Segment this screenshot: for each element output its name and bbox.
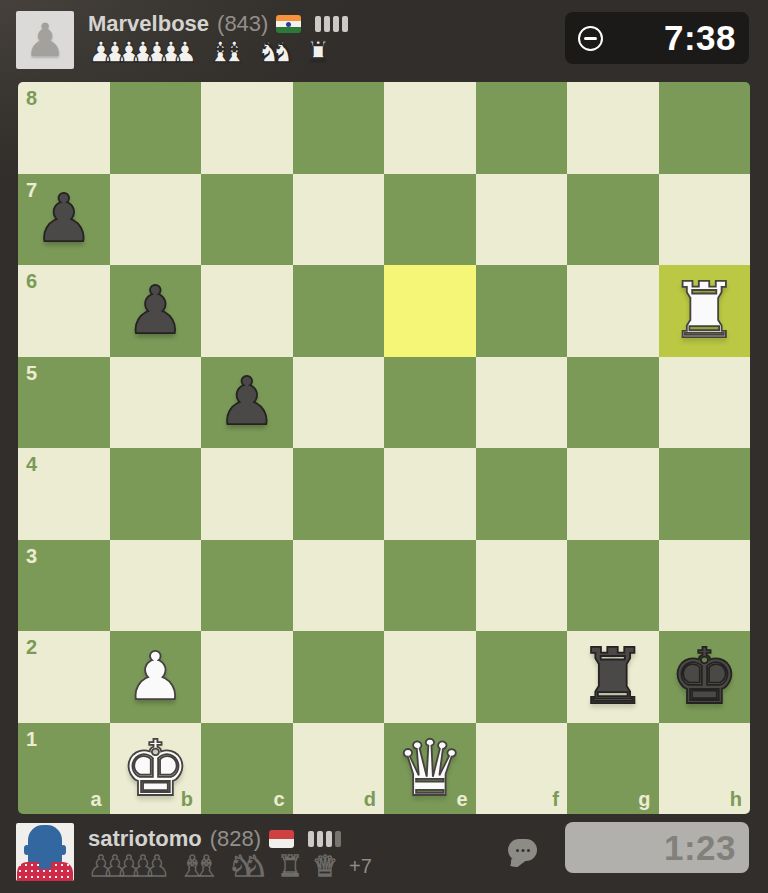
square-f5[interactable] — [476, 357, 568, 449]
square-a5[interactable]: 5 — [18, 357, 110, 449]
square-d8[interactable] — [293, 82, 385, 174]
square-f7[interactable] — [476, 174, 568, 266]
square-g2[interactable]: ♜ — [567, 631, 659, 723]
square-b6[interactable]: ♟ — [110, 265, 202, 357]
square-g3[interactable] — [567, 540, 659, 632]
white-pawn-b2[interactable]: ♟ — [126, 644, 185, 710]
rank-label-4: 4 — [26, 454, 37, 474]
square-b5[interactable] — [110, 357, 202, 449]
square-f3[interactable] — [476, 540, 568, 632]
square-d2[interactable] — [293, 631, 385, 723]
square-e8[interactable] — [384, 82, 476, 174]
square-c8[interactable] — [201, 82, 293, 174]
top-player-clock: 7:38 — [565, 12, 749, 64]
rank-label-7: 7 — [26, 180, 37, 200]
indonesia-flag-icon — [269, 830, 294, 848]
rank-label-5: 5 — [26, 363, 37, 383]
square-a7[interactable]: 7♟ — [18, 174, 110, 266]
square-e1[interactable]: e♛ — [384, 723, 476, 815]
square-d3[interactable] — [293, 540, 385, 632]
square-h8[interactable] — [659, 82, 751, 174]
file-label-b: b — [181, 789, 193, 809]
rank-label-2: 2 — [26, 637, 37, 657]
square-c7[interactable] — [201, 174, 293, 266]
square-h7[interactable] — [659, 174, 751, 266]
white-queen-e1[interactable]: ♛ — [395, 730, 464, 807]
square-h3[interactable] — [659, 540, 751, 632]
rank-label-1: 1 — [26, 729, 37, 749]
square-h4[interactable] — [659, 448, 751, 540]
file-label-f: f — [552, 789, 559, 809]
square-e4[interactable] — [384, 448, 476, 540]
square-c1[interactable]: c — [201, 723, 293, 815]
chat-icon[interactable] — [508, 839, 537, 861]
square-c6[interactable] — [201, 265, 293, 357]
square-b8[interactable] — [110, 82, 202, 174]
square-c3[interactable] — [201, 540, 293, 632]
captured-white-rooks: ♜ — [305, 36, 331, 68]
square-c5[interactable]: ♟ — [201, 357, 293, 449]
minus-circle-icon — [578, 26, 603, 51]
square-c4[interactable] — [201, 448, 293, 540]
white-king-b1[interactable]: ♚ — [121, 730, 190, 807]
pawn-avatar-icon: ♟ — [24, 11, 65, 69]
captured-white-knights: ♞♞ — [256, 36, 296, 68]
captured-black-queens: ♛ — [312, 850, 338, 882]
square-a4[interactable]: 4 — [18, 448, 110, 540]
captured-white-pawns: ♟♟♟♟♟♟♟ — [88, 36, 198, 68]
file-label-c: c — [273, 789, 284, 809]
square-g8[interactable] — [567, 82, 659, 174]
top-player-info: Marvelbose (843) — [88, 12, 348, 36]
square-g7[interactable] — [567, 174, 659, 266]
file-label-e: e — [456, 789, 467, 809]
black-pawn-a7[interactable]: ♟ — [34, 186, 93, 252]
square-e7[interactable] — [384, 174, 476, 266]
top-connection-signal-icon — [315, 16, 348, 32]
black-rook-g2[interactable]: ♜ — [578, 638, 647, 715]
file-label-a: a — [90, 789, 101, 809]
square-h2[interactable]: ♚ — [659, 631, 751, 723]
black-pawn-b6[interactable]: ♟ — [126, 278, 185, 344]
square-c2[interactable] — [201, 631, 293, 723]
square-h6[interactable]: ♜ — [659, 265, 751, 357]
square-d1[interactable]: d — [293, 723, 385, 815]
top-clock-time: 7:38 — [664, 18, 736, 58]
black-king-h2[interactable]: ♚ — [670, 638, 739, 715]
file-label-d: d — [364, 789, 376, 809]
square-h5[interactable] — [659, 357, 751, 449]
square-e3[interactable] — [384, 540, 476, 632]
square-b3[interactable] — [110, 540, 202, 632]
rank-label-8: 8 — [26, 88, 37, 108]
square-f1[interactable]: f — [476, 723, 568, 815]
captured-black-pawns: ♟♟♟♟♟ — [88, 850, 170, 882]
india-flag-icon — [276, 15, 301, 33]
bottom-clock-time: 1:23 — [664, 828, 736, 868]
top-player-rating: (843) — [217, 11, 268, 37]
square-f8[interactable] — [476, 82, 568, 174]
bottom-connection-signal-icon — [308, 831, 341, 847]
bottom-player-avatar[interactable] — [16, 823, 74, 881]
top-player-avatar[interactable]: ♟ — [16, 11, 74, 69]
black-pawn-c5[interactable]: ♟ — [217, 369, 276, 435]
square-h1[interactable]: h — [659, 723, 751, 815]
square-b1[interactable]: b♚ — [110, 723, 202, 815]
square-a1[interactable]: 1a — [18, 723, 110, 815]
square-g6[interactable] — [567, 265, 659, 357]
rank-label-6: 6 — [26, 271, 37, 291]
square-b2[interactable]: ♟ — [110, 631, 202, 723]
square-g5[interactable] — [567, 357, 659, 449]
captured-black-bishops: ♝♝ — [179, 850, 219, 882]
material-advantage: +7 — [349, 855, 372, 878]
square-g1[interactable]: g — [567, 723, 659, 815]
square-d6[interactable] — [293, 265, 385, 357]
square-b4[interactable] — [110, 448, 202, 540]
file-label-h: h — [730, 789, 742, 809]
square-f2[interactable] — [476, 631, 568, 723]
square-a2[interactable]: 2 — [18, 631, 110, 723]
square-e6[interactable] — [384, 265, 476, 357]
square-d7[interactable] — [293, 174, 385, 266]
square-e5[interactable] — [384, 357, 476, 449]
square-b7[interactable] — [110, 174, 202, 266]
square-f4[interactable] — [476, 448, 568, 540]
top-player-name: Marvelbose — [88, 11, 209, 37]
captured-black-knights: ♞♞ — [228, 850, 268, 882]
square-d4[interactable] — [293, 448, 385, 540]
square-g4[interactable] — [567, 448, 659, 540]
white-rook-h6[interactable]: ♜ — [670, 272, 739, 349]
chess-board[interactable]: 87♟6♟♜5♟432♟♜♚1ab♚cde♛fgh — [18, 82, 750, 814]
bottom-player-clock: 1:23 — [565, 822, 749, 873]
square-d5[interactable] — [293, 357, 385, 449]
bottom-captured-pieces: ♟♟♟♟♟ ♝♝ ♞♞ ♜ ♛ +7 — [88, 850, 372, 882]
captured-white-bishops: ♝♝ — [207, 36, 247, 68]
captured-black-rooks: ♜ — [277, 850, 303, 882]
square-a8[interactable]: 8 — [18, 82, 110, 174]
rank-label-3: 3 — [26, 546, 37, 566]
square-e2[interactable] — [384, 631, 476, 723]
file-label-g: g — [638, 789, 650, 809]
bottom-player-info: satriotomo (828) — [88, 827, 341, 851]
square-a6[interactable]: 6 — [18, 265, 110, 357]
square-a3[interactable]: 3 — [18, 540, 110, 632]
square-f6[interactable] — [476, 265, 568, 357]
top-captured-pieces: ♟♟♟♟♟♟♟ ♝♝ ♞♞ ♜ — [88, 36, 340, 68]
